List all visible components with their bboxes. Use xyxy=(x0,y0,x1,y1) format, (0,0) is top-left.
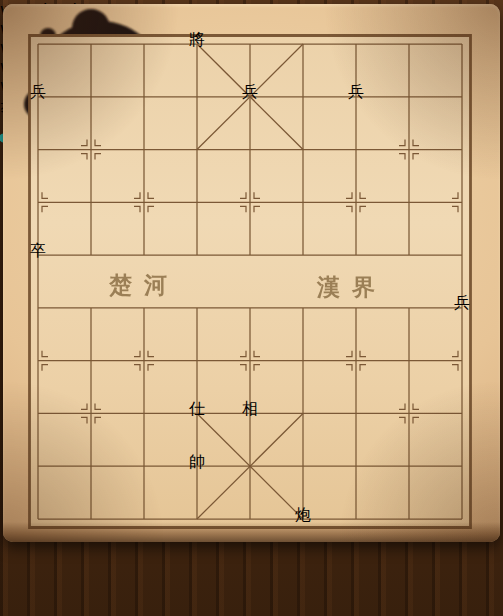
river-label-right: 漢界 xyxy=(317,272,387,303)
board-panel: 楚河 漢界 將兵兵兵卒兵仕相帥炮 xyxy=(3,4,500,542)
piece-character: 兵 xyxy=(348,82,364,103)
piece-character: 兵 xyxy=(454,293,470,314)
piece-black-soldier[interactable]: 卒 xyxy=(15,228,61,274)
piece-character: 將 xyxy=(189,30,205,51)
piece-character: 卒 xyxy=(30,241,46,262)
piece-character: 兵 xyxy=(242,82,258,103)
piece-black-general[interactable]: 將 xyxy=(174,17,220,63)
piece-red-soldier-c[interactable]: 兵 xyxy=(333,70,379,116)
piece-red-soldier-a[interactable]: 兵 xyxy=(15,70,61,116)
game-screen: 楚河 漢界 將兵兵兵卒兵仕相帥炮 xyxy=(0,0,503,616)
piece-character: 仕 xyxy=(189,399,205,420)
piece-character: 帥 xyxy=(189,452,205,473)
piece-character: 兵 xyxy=(30,82,46,103)
panel-bottom-bevel xyxy=(3,522,500,542)
river-label-left: 楚河 xyxy=(109,270,179,301)
piece-character: 相 xyxy=(242,399,258,420)
piece-red-general[interactable]: 帥 xyxy=(174,439,220,485)
piece-red-soldier-b[interactable]: 兵 xyxy=(227,70,273,116)
piece-red-soldier-d[interactable]: 兵 xyxy=(439,281,485,327)
